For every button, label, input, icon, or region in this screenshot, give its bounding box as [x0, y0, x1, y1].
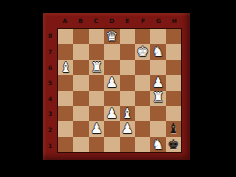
square-b2[interactable] — [73, 121, 88, 136]
piece-white-rook-g4[interactable]: ♜ — [152, 91, 164, 105]
file-label-c: C — [88, 15, 104, 27]
square-g5[interactable]: ♟ — [150, 75, 165, 90]
rank-label-4: 4 — [43, 91, 57, 107]
square-f8[interactable] — [135, 29, 150, 44]
piece-white-bishop-a6[interactable]: ♝ — [60, 61, 72, 75]
piece-black-king-h1[interactable]: ♚ — [167, 138, 179, 152]
square-c5[interactable] — [89, 75, 104, 90]
file-label-a: A — [57, 15, 73, 27]
piece-white-pawn-g5[interactable]: ♟ — [152, 76, 164, 90]
piece-white-bishop-e3[interactable]: ♝ — [121, 107, 133, 121]
square-g4[interactable]: ♜ — [150, 91, 165, 106]
square-f5[interactable] — [135, 75, 150, 90]
rank-label-6: 6 — [43, 59, 57, 75]
square-g2[interactable] — [150, 121, 165, 136]
file-label-g: G — [151, 15, 167, 27]
square-h6[interactable] — [166, 60, 181, 75]
square-e5[interactable] — [120, 75, 135, 90]
square-a2[interactable] — [58, 121, 73, 136]
square-d4[interactable] — [104, 91, 119, 106]
board-frame: ABCDEFGH 87654321 ♛♚♞♝♜♟♟♜♟♝♟♟♝♞♚ — [43, 13, 190, 160]
square-d5[interactable]: ♟ — [104, 75, 119, 90]
square-a7[interactable] — [58, 44, 73, 59]
square-e3[interactable]: ♝ — [120, 106, 135, 121]
rank-label-5: 5 — [43, 75, 57, 91]
square-e8[interactable] — [120, 29, 135, 44]
piece-white-queen-d8[interactable]: ♛ — [106, 30, 118, 44]
square-h5[interactable] — [166, 75, 181, 90]
square-h7[interactable] — [166, 44, 181, 59]
square-h1[interactable]: ♚ — [166, 137, 181, 152]
square-f7[interactable]: ♚ — [135, 44, 150, 59]
square-c6[interactable]: ♜ — [89, 60, 104, 75]
square-c4[interactable] — [89, 91, 104, 106]
square-g7[interactable]: ♞ — [150, 44, 165, 59]
rank-label-3: 3 — [43, 106, 57, 122]
square-c3[interactable] — [89, 106, 104, 121]
square-h4[interactable] — [166, 91, 181, 106]
piece-white-pawn-e2[interactable]: ♟ — [121, 122, 133, 136]
square-e1[interactable] — [120, 137, 135, 152]
file-label-e: E — [120, 15, 136, 27]
square-a4[interactable] — [58, 91, 73, 106]
square-b6[interactable] — [73, 60, 88, 75]
square-f6[interactable] — [135, 60, 150, 75]
square-a5[interactable] — [58, 75, 73, 90]
square-h3[interactable] — [166, 106, 181, 121]
square-c2[interactable]: ♟ — [89, 121, 104, 136]
piece-white-knight-g1[interactable]: ♞ — [152, 138, 164, 152]
file-labels: ABCDEFGH — [57, 15, 182, 27]
file-label-f: F — [135, 15, 151, 27]
square-d3[interactable]: ♟ — [104, 106, 119, 121]
letterbox-background: ABCDEFGH 87654321 ♛♚♞♝♜♟♟♜♟♝♟♟♝♞♚ — [0, 0, 236, 177]
square-f2[interactable] — [135, 121, 150, 136]
rank-label-2: 2 — [43, 122, 57, 138]
square-h8[interactable] — [166, 29, 181, 44]
piece-white-rook-c6[interactable]: ♜ — [90, 61, 102, 75]
square-e2[interactable]: ♟ — [120, 121, 135, 136]
square-c1[interactable] — [89, 137, 104, 152]
square-d1[interactable] — [104, 137, 119, 152]
file-label-d: D — [104, 15, 120, 27]
piece-white-knight-g7[interactable]: ♞ — [152, 45, 164, 59]
square-b3[interactable] — [73, 106, 88, 121]
square-h2[interactable]: ♝ — [166, 121, 181, 136]
square-e4[interactable] — [120, 91, 135, 106]
rank-label-8: 8 — [43, 28, 57, 44]
square-b4[interactable] — [73, 91, 88, 106]
square-a6[interactable]: ♝ — [58, 60, 73, 75]
rank-labels: 87654321 — [43, 28, 57, 153]
square-f4[interactable] — [135, 91, 150, 106]
square-g3[interactable] — [150, 106, 165, 121]
square-b5[interactable] — [73, 75, 88, 90]
square-g6[interactable] — [150, 60, 165, 75]
square-e7[interactable] — [120, 44, 135, 59]
piece-white-pawn-d3[interactable]: ♟ — [106, 107, 118, 121]
square-d7[interactable] — [104, 44, 119, 59]
rank-label-7: 7 — [43, 44, 57, 60]
square-d8[interactable]: ♛ — [104, 29, 119, 44]
square-c8[interactable] — [89, 29, 104, 44]
square-g8[interactable] — [150, 29, 165, 44]
square-b8[interactable] — [73, 29, 88, 44]
square-b1[interactable] — [73, 137, 88, 152]
file-label-h: H — [166, 15, 182, 27]
piece-white-pawn-c2[interactable]: ♟ — [90, 122, 102, 136]
square-a1[interactable] — [58, 137, 73, 152]
file-label-b: B — [73, 15, 89, 27]
rank-label-1: 1 — [43, 137, 57, 153]
square-a3[interactable] — [58, 106, 73, 121]
square-d2[interactable] — [104, 121, 119, 136]
square-f1[interactable] — [135, 137, 150, 152]
square-a8[interactable] — [58, 29, 73, 44]
square-c7[interactable] — [89, 44, 104, 59]
square-d6[interactable] — [104, 60, 119, 75]
piece-black-bishop-h2[interactable]: ♝ — [167, 122, 179, 136]
square-b7[interactable] — [73, 44, 88, 59]
piece-white-king-f7[interactable]: ♚ — [137, 45, 149, 59]
piece-white-pawn-d5[interactable]: ♟ — [106, 76, 118, 90]
square-e6[interactable] — [120, 60, 135, 75]
square-g1[interactable]: ♞ — [150, 137, 165, 152]
square-f3[interactable] — [135, 106, 150, 121]
chess-board: ♛♚♞♝♜♟♟♜♟♝♟♟♝♞♚ — [57, 28, 182, 153]
